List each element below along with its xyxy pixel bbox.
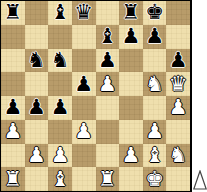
square-h1[interactable] — [166, 167, 190, 191]
piece-white-pawn[interactable]: ♟ — [27, 145, 46, 166]
piece-white-rook[interactable]: ♜ — [98, 169, 117, 190]
square-f8[interactable]: ♜ — [119, 1, 143, 25]
square-h5[interactable]: ♛ — [166, 72, 190, 96]
square-d4[interactable] — [72, 96, 96, 120]
square-d2[interactable] — [72, 144, 96, 168]
square-b2[interactable]: ♟ — [25, 144, 49, 168]
piece-white-bishop[interactable]: ♝ — [51, 169, 70, 190]
piece-black-pawn[interactable]: ♟ — [3, 97, 22, 118]
square-e7[interactable]: ♝ — [96, 25, 120, 49]
square-b7[interactable] — [25, 25, 49, 49]
square-g4[interactable] — [143, 96, 167, 120]
square-a6[interactable] — [1, 49, 25, 73]
piece-black-knight[interactable]: ♞ — [27, 50, 46, 71]
square-a3[interactable]: ♟ — [1, 120, 25, 144]
piece-white-pawn[interactable]: ♟ — [98, 74, 117, 95]
square-g2[interactable]: ♝ — [143, 144, 167, 168]
square-d3[interactable]: ♟ — [72, 120, 96, 144]
side-panel — [192, 0, 207, 192]
square-d5[interactable]: ♟ — [72, 72, 96, 96]
square-f2[interactable]: ♟ — [119, 144, 143, 168]
square-f4[interactable] — [119, 96, 143, 120]
square-g3[interactable]: ♟ — [143, 120, 167, 144]
square-a2[interactable] — [1, 144, 25, 168]
square-f7[interactable]: ♟ — [119, 25, 143, 49]
square-c6[interactable]: ♞ — [48, 49, 72, 73]
square-a5[interactable] — [1, 72, 25, 96]
piece-black-knight[interactable]: ♞ — [51, 50, 70, 71]
piece-white-pawn[interactable]: ♟ — [3, 121, 22, 142]
piece-white-rook[interactable]: ♜ — [3, 169, 22, 190]
square-b3[interactable] — [25, 120, 49, 144]
piece-white-bishop[interactable]: ♝ — [145, 145, 164, 166]
square-h3[interactable] — [166, 120, 190, 144]
piece-black-rook[interactable]: ♜ — [122, 2, 141, 23]
piece-black-pawn[interactable]: ♟ — [169, 50, 188, 71]
square-f1[interactable] — [119, 167, 143, 191]
square-e5[interactable]: ♟ — [96, 72, 120, 96]
square-h2[interactable]: ♞ — [166, 144, 190, 168]
piece-black-bishop[interactable]: ♝ — [51, 2, 70, 23]
piece-white-knight[interactable]: ♞ — [145, 74, 164, 95]
square-e1[interactable]: ♜ — [96, 167, 120, 191]
square-f6[interactable] — [119, 49, 143, 73]
square-h4[interactable]: ♟ — [166, 96, 190, 120]
square-e2[interactable] — [96, 144, 120, 168]
square-b4[interactable]: ♟ — [25, 96, 49, 120]
piece-black-bishop[interactable]: ♝ — [98, 26, 117, 47]
square-h8[interactable] — [166, 1, 190, 25]
piece-black-pawn[interactable]: ♟ — [145, 26, 164, 47]
piece-white-pawn[interactable]: ♟ — [169, 97, 188, 118]
square-c1[interactable]: ♝ — [48, 167, 72, 191]
square-f3[interactable] — [119, 120, 143, 144]
square-b6[interactable]: ♞ — [25, 49, 49, 73]
square-e8[interactable] — [96, 1, 120, 25]
piece-black-pawn[interactable]: ♟ — [27, 97, 46, 118]
square-h6[interactable]: ♟ — [166, 49, 190, 73]
square-b5[interactable] — [25, 72, 49, 96]
square-d6[interactable] — [72, 49, 96, 73]
chess-board: ♜♝♛♜♚♝♟♟♞♞♟♟♟♟♞♛♟♟♟♟♟♟♟♟♟♟♝♞♜♝♜♚ — [0, 0, 192, 192]
square-g6[interactable] — [143, 49, 167, 73]
piece-black-pawn[interactable]: ♟ — [74, 74, 93, 95]
square-f5[interactable] — [119, 72, 143, 96]
square-a4[interactable]: ♟ — [1, 96, 25, 120]
square-d7[interactable] — [72, 25, 96, 49]
square-e3[interactable] — [96, 120, 120, 144]
chess-app-window: ♜♝♛♜♚♝♟♟♞♞♟♟♟♟♞♛♟♟♟♟♟♟♟♟♟♟♝♞♜♝♜♚ — [0, 0, 207, 192]
piece-white-pawn[interactable]: ♟ — [122, 145, 141, 166]
piece-white-king[interactable]: ♚ — [145, 169, 164, 190]
square-e6[interactable]: ♟ — [96, 49, 120, 73]
square-c7[interactable] — [48, 25, 72, 49]
piece-white-pawn[interactable]: ♟ — [74, 121, 93, 142]
square-a8[interactable]: ♜ — [1, 1, 25, 25]
triangle-up-icon — [193, 170, 207, 190]
square-g8[interactable]: ♚ — [143, 1, 167, 25]
piece-black-rook[interactable]: ♜ — [3, 2, 22, 23]
piece-white-pawn[interactable]: ♟ — [145, 121, 164, 142]
piece-white-queen[interactable]: ♛ — [169, 74, 188, 95]
square-d8[interactable]: ♛ — [72, 1, 96, 25]
piece-black-queen[interactable]: ♛ — [74, 2, 93, 23]
square-c4[interactable]: ♟ — [48, 96, 72, 120]
piece-black-pawn[interactable]: ♟ — [122, 26, 141, 47]
piece-black-pawn[interactable]: ♟ — [51, 97, 70, 118]
piece-white-knight[interactable]: ♞ — [169, 145, 188, 166]
piece-black-pawn[interactable]: ♟ — [98, 50, 117, 71]
square-g5[interactable]: ♞ — [143, 72, 167, 96]
square-g7[interactable]: ♟ — [143, 25, 167, 49]
square-a7[interactable] — [1, 25, 25, 49]
square-c3[interactable] — [48, 120, 72, 144]
square-a1[interactable]: ♜ — [1, 167, 25, 191]
square-b8[interactable] — [25, 1, 49, 25]
piece-white-pawn[interactable]: ♟ — [51, 145, 70, 166]
square-e4[interactable] — [96, 96, 120, 120]
square-b1[interactable] — [25, 167, 49, 191]
square-c8[interactable]: ♝ — [48, 1, 72, 25]
square-g1[interactable]: ♚ — [143, 167, 167, 191]
square-c2[interactable]: ♟ — [48, 144, 72, 168]
piece-black-king[interactable]: ♚ — [145, 2, 164, 23]
square-c5[interactable] — [48, 72, 72, 96]
square-h7[interactable] — [166, 25, 190, 49]
square-d1[interactable] — [72, 167, 96, 191]
